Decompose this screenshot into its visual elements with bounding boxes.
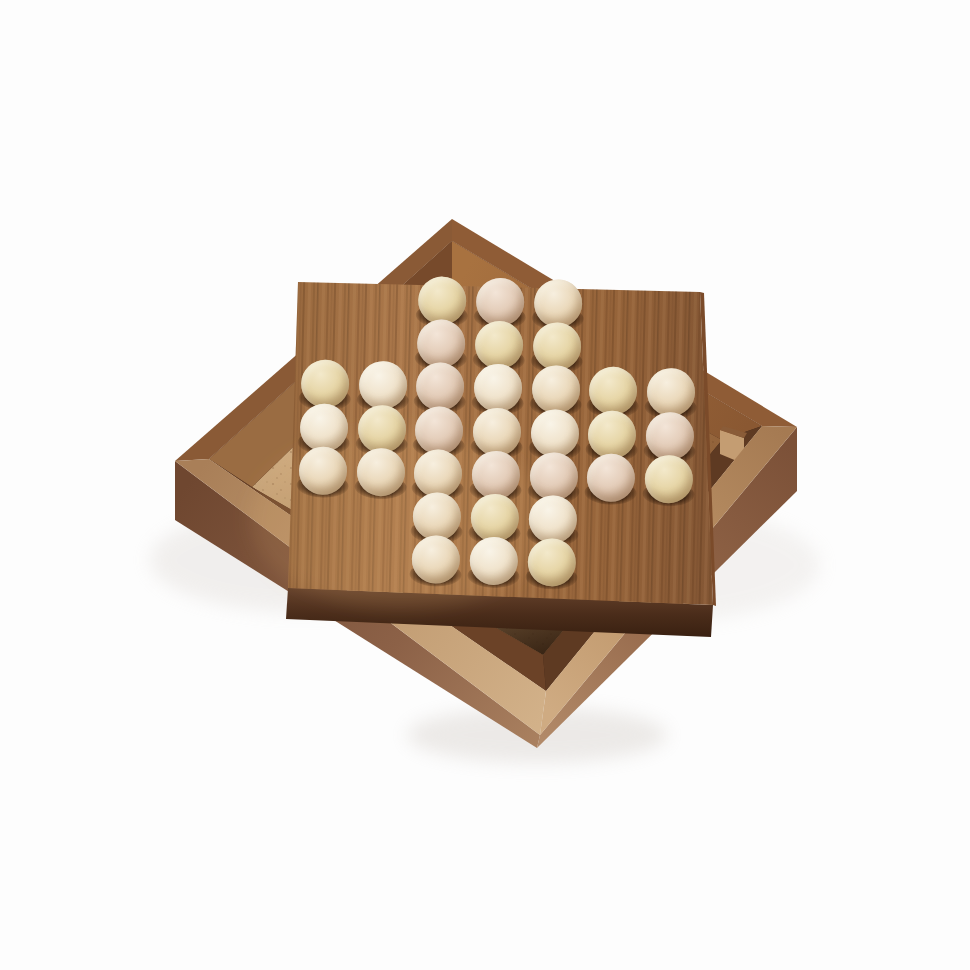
peg-glyph: ● [587,453,636,502]
hole-2-2[interactable]: ● [411,364,470,409]
hole-4-5[interactable]: ● [582,455,641,500]
off-board-cell [644,284,703,329]
hole-4-4[interactable]: ● [524,454,583,499]
off-board-cell [639,500,698,545]
hole-1-3[interactable]: ● [470,323,529,368]
hole-1-4[interactable]: ● [527,324,586,369]
hole-3-6[interactable]: ● [641,413,700,458]
peg-ball-4-6[interactable]: ● [644,454,693,503]
peg-glyph: ● [527,538,576,587]
hole-4-2[interactable]: ● [409,451,468,496]
hole-2-6[interactable]: ● [642,370,701,415]
hole-3-3[interactable]: ● [468,409,527,454]
peg-ball-4-0[interactable]: ● [298,446,347,495]
peg-glyph: ● [469,537,518,586]
peg-glyph: ● [644,454,693,503]
solitaire-grid: ●●●●●●●●●●●●●●●●●●●●●●●●●●●●●●●●● [291,275,702,588]
hole-6-4[interactable]: ● [522,540,581,585]
hole-3-5[interactable]: ● [583,412,642,457]
off-board-cell [298,275,357,320]
hole-3-2[interactable]: ● [410,408,469,453]
hole-2-5[interactable]: ● [584,369,643,414]
hole-5-4[interactable]: ● [523,497,582,542]
peg-ball-4-1[interactable]: ● [356,447,405,496]
hole-3-1[interactable]: ● [352,406,411,451]
peg-ball-6-4[interactable]: ● [527,538,576,587]
hole-4-0[interactable]: ● [293,448,352,493]
off-board-cell [581,499,640,544]
hole-0-2[interactable]: ● [413,278,472,323]
peg-ball-6-2[interactable]: ● [412,535,461,584]
off-board-cell [291,535,350,580]
off-board-cell [355,277,414,322]
off-board-cell [643,327,702,372]
hole-4-6[interactable]: ● [640,457,699,502]
hole-4-3[interactable]: ● [467,452,526,497]
off-board-cell [297,318,356,363]
off-board-cell [637,543,696,588]
hole-6-3[interactable]: ● [464,539,523,584]
hole-2-0[interactable]: ● [296,362,355,407]
photo-stage: ●●●●●●●●●●●●●●●●●●●●●●●●●●●●●●●●● Wooden… [0,0,970,970]
hole-0-4[interactable]: ● [528,281,587,326]
off-board-cell [292,492,351,537]
off-board-cell [349,536,408,581]
hole-2-4[interactable]: ● [526,367,585,412]
off-board-cell [354,320,413,365]
peg-glyph: ● [298,446,347,495]
peg-ball-6-3[interactable]: ● [469,537,518,586]
hole-2-1[interactable]: ● [353,363,412,408]
off-board-cell [580,542,639,587]
peg-glyph: ● [356,447,405,496]
hole-0-3[interactable]: ● [471,279,530,324]
peg-glyph: ● [412,535,461,584]
hole-1-2[interactable]: ● [412,321,471,366]
hole-5-3[interactable]: ● [465,496,524,541]
hole-6-2[interactable]: ● [407,538,466,583]
off-board-cell [586,282,645,327]
hole-5-2[interactable]: ● [408,494,467,539]
hole-3-4[interactable]: ● [525,411,584,456]
off-board-cell [585,325,644,370]
hole-4-1[interactable]: ● [351,450,410,495]
hole-3-0[interactable]: ● [295,405,354,450]
off-board-cell [350,493,409,538]
hole-2-3[interactable]: ● [469,366,528,411]
peg-ball-4-5[interactable]: ● [587,453,636,502]
